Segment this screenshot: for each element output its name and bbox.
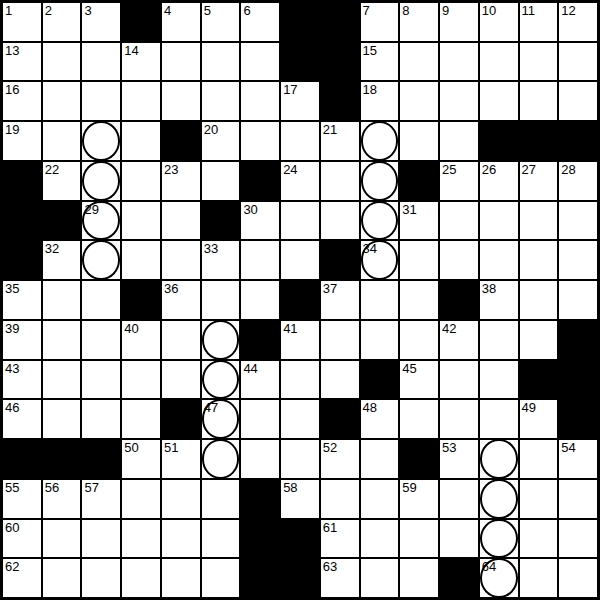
cell-r7c15[interactable] bbox=[559, 241, 597, 279]
block-r9c15 bbox=[559, 321, 597, 359]
clue-number: 7 bbox=[363, 4, 370, 17]
block-r1c4 bbox=[122, 3, 160, 41]
cell-r8c7[interactable] bbox=[241, 281, 279, 319]
cell-r10c12[interactable] bbox=[440, 361, 478, 399]
clue-number: 35 bbox=[5, 282, 19, 295]
clue-number: 33 bbox=[204, 242, 218, 255]
cell-r4c10[interactable] bbox=[361, 122, 399, 160]
cell-r7c13[interactable] bbox=[480, 241, 518, 279]
cell-r11c2[interactable] bbox=[43, 400, 81, 438]
clue-number: 9 bbox=[442, 4, 449, 17]
cell-r14c5[interactable] bbox=[162, 520, 200, 558]
clue-number: 61 bbox=[323, 521, 337, 534]
cell-r9c6[interactable] bbox=[202, 321, 240, 359]
cell-r4c2[interactable] bbox=[43, 122, 81, 160]
cell-r10c11[interactable]: 45 bbox=[400, 361, 438, 399]
cell-r6c14[interactable] bbox=[520, 202, 558, 240]
circle-marker bbox=[202, 360, 240, 400]
circle-marker bbox=[480, 479, 518, 519]
cell-r14c14[interactable] bbox=[520, 520, 558, 558]
circle-marker bbox=[361, 201, 399, 241]
block-r12c11 bbox=[400, 440, 438, 478]
cell-r12c13[interactable] bbox=[480, 440, 518, 478]
cell-r5c6[interactable] bbox=[202, 162, 240, 200]
cell-r10c7[interactable]: 44 bbox=[241, 361, 279, 399]
cell-r13c2[interactable]: 56 bbox=[43, 480, 81, 518]
clue-number: 40 bbox=[124, 322, 138, 335]
cell-r1c13[interactable]: 10 bbox=[480, 3, 518, 41]
cell-r11c14[interactable]: 49 bbox=[520, 400, 558, 438]
cell-r2c3[interactable] bbox=[82, 43, 120, 81]
cell-r14c4[interactable] bbox=[122, 520, 160, 558]
clue-number: 20 bbox=[204, 123, 218, 136]
cell-r3c6[interactable] bbox=[202, 82, 240, 120]
clue-number: 5 bbox=[204, 4, 211, 17]
cell-r10c6[interactable] bbox=[202, 361, 240, 399]
cell-r14c3[interactable] bbox=[82, 520, 120, 558]
clue-number: 22 bbox=[45, 163, 59, 176]
block-r3c9 bbox=[321, 82, 359, 120]
cell-r3c14[interactable] bbox=[520, 82, 558, 120]
cell-r9c9[interactable] bbox=[321, 321, 359, 359]
clue-number: 25 bbox=[442, 163, 456, 176]
block-r12c1 bbox=[3, 440, 41, 478]
block-r1c9 bbox=[321, 3, 359, 41]
cell-r11c1[interactable]: 46 bbox=[3, 400, 41, 438]
cell-r5c3[interactable] bbox=[82, 162, 120, 200]
cell-r3c15[interactable] bbox=[559, 82, 597, 120]
cell-r1c14[interactable]: 11 bbox=[520, 3, 558, 41]
cell-r1c12[interactable]: 9 bbox=[440, 3, 478, 41]
cell-r8c13[interactable]: 38 bbox=[480, 281, 518, 319]
cell-r7c11[interactable] bbox=[400, 241, 438, 279]
cell-r4c3[interactable] bbox=[82, 122, 120, 160]
cell-r9c12[interactable]: 42 bbox=[440, 321, 478, 359]
clue-number: 31 bbox=[402, 203, 416, 216]
cell-r4c1[interactable]: 19 bbox=[3, 122, 41, 160]
clue-number: 45 bbox=[402, 362, 416, 375]
cell-r6c10[interactable] bbox=[361, 202, 399, 240]
cell-r11c6[interactable]: 47 bbox=[202, 400, 240, 438]
block-r11c5 bbox=[162, 400, 200, 438]
clue-number: 63 bbox=[323, 560, 337, 573]
clue-number: 12 bbox=[561, 4, 575, 17]
clue-number: 32 bbox=[45, 242, 59, 255]
cell-r13c12[interactable] bbox=[440, 480, 478, 518]
cell-r14c10[interactable] bbox=[361, 520, 399, 558]
clue-number: 8 bbox=[402, 4, 409, 17]
block-r15c7 bbox=[241, 559, 279, 597]
clue-number: 36 bbox=[164, 282, 178, 295]
cell-r7c5[interactable] bbox=[162, 241, 200, 279]
cell-r11c12[interactable] bbox=[440, 400, 478, 438]
cell-r7c12[interactable] bbox=[440, 241, 478, 279]
circle-marker bbox=[361, 121, 399, 161]
cell-r12c14[interactable] bbox=[520, 440, 558, 478]
cell-r4c4[interactable] bbox=[122, 122, 160, 160]
cell-r14c9[interactable]: 61 bbox=[321, 520, 359, 558]
clue-number: 16 bbox=[5, 83, 19, 96]
clue-number: 2 bbox=[45, 4, 52, 17]
clue-number: 47 bbox=[204, 401, 218, 414]
circle-marker bbox=[82, 240, 120, 280]
clue-number: 46 bbox=[5, 401, 19, 414]
clue-number: 27 bbox=[522, 163, 536, 176]
cell-r3c2[interactable] bbox=[43, 82, 81, 120]
cell-r9c2[interactable] bbox=[43, 321, 81, 359]
clue-number: 49 bbox=[522, 401, 536, 414]
cell-r1c6[interactable]: 5 bbox=[202, 3, 240, 41]
clue-number: 54 bbox=[561, 441, 575, 454]
cell-r12c5[interactable]: 51 bbox=[162, 440, 200, 478]
cell-r14c12[interactable] bbox=[440, 520, 478, 558]
cell-r9c5[interactable] bbox=[162, 321, 200, 359]
clue-number: 21 bbox=[323, 123, 337, 136]
cell-r11c3[interactable] bbox=[82, 400, 120, 438]
block-r8c4 bbox=[122, 281, 160, 319]
cell-r7c2[interactable]: 32 bbox=[43, 241, 81, 279]
cell-r11c10[interactable]: 48 bbox=[361, 400, 399, 438]
cell-r15c4[interactable] bbox=[122, 559, 160, 597]
cell-r1c7[interactable]: 6 bbox=[241, 3, 279, 41]
block-r14c8 bbox=[281, 520, 319, 558]
block-r10c10 bbox=[361, 361, 399, 399]
cell-r12c6[interactable] bbox=[202, 440, 240, 478]
cell-r2c12[interactable] bbox=[440, 43, 478, 81]
cell-r1c11[interactable]: 8 bbox=[400, 3, 438, 41]
cell-r7c14[interactable] bbox=[520, 241, 558, 279]
cell-r9c11[interactable] bbox=[400, 321, 438, 359]
cell-r13c1[interactable]: 55 bbox=[3, 480, 41, 518]
clue-number: 26 bbox=[482, 163, 496, 176]
block-r4c5 bbox=[162, 122, 200, 160]
block-r4c15 bbox=[559, 122, 597, 160]
clue-number: 48 bbox=[363, 401, 377, 414]
clue-number: 64 bbox=[482, 560, 496, 573]
block-r2c9 bbox=[321, 43, 359, 81]
clue-number: 14 bbox=[124, 44, 138, 57]
cell-r14c1[interactable]: 60 bbox=[3, 520, 41, 558]
clue-number: 19 bbox=[5, 123, 19, 136]
cell-r5c9[interactable] bbox=[321, 162, 359, 200]
circle-marker bbox=[480, 519, 518, 559]
clue-number: 39 bbox=[5, 322, 19, 335]
block-r12c3 bbox=[82, 440, 120, 478]
clue-number: 56 bbox=[45, 481, 59, 494]
cell-r9c13[interactable] bbox=[480, 321, 518, 359]
clue-number: 30 bbox=[243, 203, 257, 216]
cell-r8c14[interactable] bbox=[520, 281, 558, 319]
cell-r1c3[interactable]: 3 bbox=[82, 3, 120, 41]
cell-r1c2[interactable]: 2 bbox=[43, 3, 81, 41]
cell-r15c3[interactable] bbox=[82, 559, 120, 597]
cell-r10c4[interactable] bbox=[122, 361, 160, 399]
block-r11c15 bbox=[559, 400, 597, 438]
block-r9c7 bbox=[241, 321, 279, 359]
cell-r10c13[interactable] bbox=[480, 361, 518, 399]
cell-r1c5[interactable]: 4 bbox=[162, 3, 200, 41]
clue-number: 17 bbox=[283, 83, 297, 96]
cell-r12c7[interactable] bbox=[241, 440, 279, 478]
cell-r5c14[interactable]: 27 bbox=[520, 162, 558, 200]
clue-number: 60 bbox=[5, 521, 19, 534]
cell-r15c9[interactable]: 63 bbox=[321, 559, 359, 597]
cell-r11c11[interactable] bbox=[400, 400, 438, 438]
clue-number: 18 bbox=[363, 83, 377, 96]
block-r4c14 bbox=[520, 122, 558, 160]
cell-r5c10[interactable] bbox=[361, 162, 399, 200]
cell-r14c11[interactable] bbox=[400, 520, 438, 558]
cell-r4c9[interactable]: 21 bbox=[321, 122, 359, 160]
cell-r3c4[interactable] bbox=[122, 82, 160, 120]
cell-r1c10[interactable]: 7 bbox=[361, 3, 399, 41]
cell-r3c8[interactable]: 17 bbox=[281, 82, 319, 120]
block-r5c7 bbox=[241, 162, 279, 200]
cell-r15c15[interactable] bbox=[559, 559, 597, 597]
cell-r6c11[interactable]: 31 bbox=[400, 202, 438, 240]
cell-r2c11[interactable] bbox=[400, 43, 438, 81]
cell-r11c13[interactable] bbox=[480, 400, 518, 438]
cell-r6c3[interactable]: 29 bbox=[82, 202, 120, 240]
cell-r12c12[interactable]: 53 bbox=[440, 440, 478, 478]
cell-r9c4[interactable]: 40 bbox=[122, 321, 160, 359]
cell-r13c13[interactable] bbox=[480, 480, 518, 518]
cell-r8c5[interactable]: 36 bbox=[162, 281, 200, 319]
cell-r13c3[interactable]: 57 bbox=[82, 480, 120, 518]
circle-marker bbox=[82, 121, 120, 161]
cell-r10c8[interactable] bbox=[281, 361, 319, 399]
clue-number: 42 bbox=[442, 322, 456, 335]
clue-number: 59 bbox=[402, 481, 416, 494]
clue-number: 41 bbox=[283, 322, 297, 335]
cell-r7c10[interactable]: 34 bbox=[361, 241, 399, 279]
cell-r2c5[interactable] bbox=[162, 43, 200, 81]
clue-number: 24 bbox=[283, 163, 297, 176]
block-r2c8 bbox=[281, 43, 319, 81]
block-r10c14 bbox=[520, 361, 558, 399]
cell-r6c4[interactable] bbox=[122, 202, 160, 240]
cell-r2c6[interactable] bbox=[202, 43, 240, 81]
cell-r7c8[interactable] bbox=[281, 241, 319, 279]
clue-number: 3 bbox=[84, 4, 91, 17]
cell-r11c8[interactable] bbox=[281, 400, 319, 438]
clue-number: 43 bbox=[5, 362, 19, 375]
clue-number: 15 bbox=[363, 44, 377, 57]
crossword-board: 1234567891011121314151617181920212223242… bbox=[0, 0, 600, 600]
block-r8c8 bbox=[281, 281, 319, 319]
cell-r8c1[interactable]: 35 bbox=[3, 281, 41, 319]
clue-number: 4 bbox=[164, 4, 171, 17]
cell-r13c14[interactable] bbox=[520, 480, 558, 518]
cell-r13c5[interactable] bbox=[162, 480, 200, 518]
cell-r8c2[interactable] bbox=[43, 281, 81, 319]
cell-r15c1[interactable]: 62 bbox=[3, 559, 41, 597]
cell-r14c15[interactable] bbox=[559, 520, 597, 558]
cell-r4c8[interactable] bbox=[281, 122, 319, 160]
cell-r3c3[interactable] bbox=[82, 82, 120, 120]
cell-r2c7[interactable] bbox=[241, 43, 279, 81]
cell-r6c13[interactable] bbox=[480, 202, 518, 240]
clue-number: 13 bbox=[5, 44, 19, 57]
circle-marker bbox=[480, 439, 518, 479]
block-r13c7 bbox=[241, 480, 279, 518]
cell-r5c15[interactable]: 28 bbox=[559, 162, 597, 200]
cell-r6c5[interactable] bbox=[162, 202, 200, 240]
cell-r8c6[interactable] bbox=[202, 281, 240, 319]
cell-r5c13[interactable]: 26 bbox=[480, 162, 518, 200]
cell-r14c2[interactable] bbox=[43, 520, 81, 558]
cell-r9c8[interactable]: 41 bbox=[281, 321, 319, 359]
cell-r12c15[interactable]: 54 bbox=[559, 440, 597, 478]
cell-r11c7[interactable] bbox=[241, 400, 279, 438]
cell-r7c7[interactable] bbox=[241, 241, 279, 279]
block-r12c2 bbox=[43, 440, 81, 478]
cell-r10c1[interactable]: 43 bbox=[3, 361, 41, 399]
clue-number: 53 bbox=[442, 441, 456, 454]
cell-r10c9[interactable] bbox=[321, 361, 359, 399]
block-r5c11 bbox=[400, 162, 438, 200]
block-r8c12 bbox=[440, 281, 478, 319]
cell-r1c1[interactable]: 1 bbox=[3, 3, 41, 41]
clue-number: 51 bbox=[164, 441, 178, 454]
cell-r3c13[interactable] bbox=[480, 82, 518, 120]
cell-r5c4[interactable] bbox=[122, 162, 160, 200]
block-r15c8 bbox=[281, 559, 319, 597]
block-r11c9 bbox=[321, 400, 359, 438]
cell-r8c3[interactable] bbox=[82, 281, 120, 319]
clue-number: 44 bbox=[243, 362, 257, 375]
cell-r13c8[interactable]: 58 bbox=[281, 480, 319, 518]
cell-r12c8[interactable] bbox=[281, 440, 319, 478]
cell-r15c5[interactable] bbox=[162, 559, 200, 597]
block-r10c15 bbox=[559, 361, 597, 399]
cell-r12c10[interactable] bbox=[361, 440, 399, 478]
cell-r13c11[interactable]: 59 bbox=[400, 480, 438, 518]
clue-number: 6 bbox=[243, 4, 250, 17]
block-r4c13 bbox=[480, 122, 518, 160]
clue-number: 1 bbox=[5, 4, 12, 17]
cell-r10c2[interactable] bbox=[43, 361, 81, 399]
cell-r2c1[interactable]: 13 bbox=[3, 43, 41, 81]
circle-marker bbox=[202, 320, 240, 360]
cell-r12c4[interactable]: 50 bbox=[122, 440, 160, 478]
cell-r4c7[interactable] bbox=[241, 122, 279, 160]
cell-r8c9[interactable]: 37 bbox=[321, 281, 359, 319]
cell-r2c14[interactable] bbox=[520, 43, 558, 81]
cell-r3c5[interactable] bbox=[162, 82, 200, 120]
cell-r6c9[interactable] bbox=[321, 202, 359, 240]
cell-r1c15[interactable]: 12 bbox=[559, 3, 597, 41]
clue-number: 11 bbox=[522, 4, 536, 17]
cell-r15c13[interactable]: 64 bbox=[480, 559, 518, 597]
clue-number: 38 bbox=[482, 282, 496, 295]
cell-r13c10[interactable] bbox=[361, 480, 399, 518]
cell-r5c5[interactable]: 23 bbox=[162, 162, 200, 200]
cell-r13c6[interactable] bbox=[202, 480, 240, 518]
cell-r6c7[interactable]: 30 bbox=[241, 202, 279, 240]
cell-r13c4[interactable] bbox=[122, 480, 160, 518]
cell-r7c6[interactable]: 33 bbox=[202, 241, 240, 279]
cell-r3c10[interactable]: 18 bbox=[361, 82, 399, 120]
cell-r15c10[interactable] bbox=[361, 559, 399, 597]
cell-r3c11[interactable] bbox=[400, 82, 438, 120]
cell-r14c13[interactable] bbox=[480, 520, 518, 558]
cell-r10c5[interactable] bbox=[162, 361, 200, 399]
cell-r3c1[interactable]: 16 bbox=[3, 82, 41, 120]
clue-number: 10 bbox=[482, 4, 496, 17]
cell-r13c15[interactable] bbox=[559, 480, 597, 518]
cell-r11c4[interactable] bbox=[122, 400, 160, 438]
clue-number: 50 bbox=[124, 441, 138, 454]
cell-r2c15[interactable] bbox=[559, 43, 597, 81]
cell-r15c11[interactable] bbox=[400, 559, 438, 597]
cell-r2c13[interactable] bbox=[480, 43, 518, 81]
cell-r6c15[interactable] bbox=[559, 202, 597, 240]
clue-number: 62 bbox=[5, 560, 19, 573]
cell-r15c6[interactable] bbox=[202, 559, 240, 597]
cell-r12c9[interactable]: 52 bbox=[321, 440, 359, 478]
clue-number: 37 bbox=[323, 282, 337, 295]
clue-number: 57 bbox=[84, 481, 98, 494]
cell-r2c4[interactable]: 14 bbox=[122, 43, 160, 81]
cell-r5c12[interactable]: 25 bbox=[440, 162, 478, 200]
cell-r7c3[interactable] bbox=[82, 241, 120, 279]
cell-r3c7[interactable] bbox=[241, 82, 279, 120]
cell-r5c8[interactable]: 24 bbox=[281, 162, 319, 200]
cell-r13c9[interactable] bbox=[321, 480, 359, 518]
block-r6c1 bbox=[3, 202, 41, 240]
block-r5c1 bbox=[3, 162, 41, 200]
cell-r9c14[interactable] bbox=[520, 321, 558, 359]
block-r15c12 bbox=[440, 559, 478, 597]
cell-r5c2[interactable]: 22 bbox=[43, 162, 81, 200]
block-r6c6 bbox=[202, 202, 240, 240]
cell-r15c14[interactable] bbox=[520, 559, 558, 597]
cell-r8c15[interactable] bbox=[559, 281, 597, 319]
cell-r2c2[interactable] bbox=[43, 43, 81, 81]
clue-number: 58 bbox=[283, 481, 297, 494]
cell-r14c6[interactable] bbox=[202, 520, 240, 558]
clue-number: 34 bbox=[363, 242, 377, 255]
block-r14c7 bbox=[241, 520, 279, 558]
clue-number: 52 bbox=[323, 441, 337, 454]
block-r7c1 bbox=[3, 241, 41, 279]
cell-r15c2[interactable] bbox=[43, 559, 81, 597]
cell-r3c12[interactable] bbox=[440, 82, 478, 120]
cell-r9c10[interactable] bbox=[361, 321, 399, 359]
cell-r10c3[interactable] bbox=[82, 361, 120, 399]
cell-r8c10[interactable] bbox=[361, 281, 399, 319]
block-r7c9 bbox=[321, 241, 359, 279]
cell-r4c6[interactable]: 20 bbox=[202, 122, 240, 160]
cell-r7c4[interactable] bbox=[122, 241, 160, 279]
circle-marker bbox=[202, 439, 240, 479]
cell-r2c10[interactable]: 15 bbox=[361, 43, 399, 81]
cell-r6c12[interactable] bbox=[440, 202, 478, 240]
cell-r4c11[interactable] bbox=[400, 122, 438, 160]
cell-r4c12[interactable] bbox=[440, 122, 478, 160]
block-r6c2 bbox=[43, 202, 81, 240]
circle-marker bbox=[82, 161, 120, 201]
cell-r9c3[interactable] bbox=[82, 321, 120, 359]
cell-r6c8[interactable] bbox=[281, 202, 319, 240]
block-r1c8 bbox=[281, 3, 319, 41]
cell-r8c11[interactable] bbox=[400, 281, 438, 319]
clue-number: 28 bbox=[561, 163, 575, 176]
circle-marker bbox=[361, 161, 399, 201]
clue-number: 23 bbox=[164, 163, 178, 176]
cell-r9c1[interactable]: 39 bbox=[3, 321, 41, 359]
